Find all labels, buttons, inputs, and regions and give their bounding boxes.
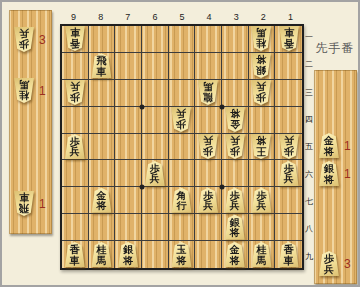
rank-labels: 一二三四五六七八九	[305, 24, 314, 270]
sente-piece-桂馬[interactable]: 桂馬	[250, 242, 272, 267]
sente-piece-歩兵[interactable]: 歩兵	[64, 134, 86, 159]
square-3-2[interactable]	[222, 53, 249, 80]
square-2-8[interactable]	[249, 214, 276, 241]
square-4-3[interactable]: 龍馬	[195, 80, 222, 107]
square-5-5[interactable]	[169, 134, 196, 161]
square-6-3[interactable]	[142, 80, 169, 107]
gote-hand-歩兵[interactable]: 歩兵3	[13, 27, 46, 52]
piece-kanji: 歩兵	[250, 80, 272, 105]
rank-label: 二	[305, 51, 314, 78]
piece-kanji: 歩兵	[144, 161, 166, 186]
file-label: 1	[277, 12, 304, 22]
square-5-4[interactable]: 歩兵	[169, 107, 196, 134]
square-9-6[interactable]	[62, 160, 89, 187]
file-label: 8	[87, 12, 114, 22]
piece-kanji: 歩兵	[224, 134, 246, 159]
rank-label: 一	[305, 24, 314, 51]
gote-hand-桂馬[interactable]: 桂馬1	[13, 78, 46, 103]
sente-piece-金将[interactable]: 金将	[90, 188, 112, 213]
square-9-7[interactable]	[62, 187, 89, 214]
sente-piece-角行[interactable]: 角行	[170, 188, 192, 213]
board-grid: 香車桂馬香車飛車銀将歩兵龍馬歩兵歩兵金将歩兵歩兵歩兵王将歩兵歩兵歩兵金将角行歩兵…	[62, 26, 302, 268]
square-8-3[interactable]	[89, 80, 116, 107]
square-5-2[interactable]	[169, 53, 196, 80]
sente-piece-歩兵[interactable]: 歩兵	[318, 251, 340, 276]
piece-kanji: 歩兵	[278, 161, 300, 186]
square-7-2[interactable]	[115, 53, 142, 80]
rank-label: 四	[305, 106, 314, 133]
gote-piece-歩兵[interactable]: 歩兵	[13, 27, 35, 52]
square-9-2[interactable]	[62, 53, 89, 80]
gote-hand-飛車[interactable]: 飛車1	[13, 191, 46, 216]
square-4-5[interactable]: 歩兵	[195, 134, 222, 161]
square-3-8[interactable]: 銀将	[222, 214, 249, 241]
sente-hand-金将[interactable]: 金将1	[318, 133, 351, 158]
square-5-8[interactable]	[169, 214, 196, 241]
square-2-3[interactable]: 歩兵	[249, 80, 276, 107]
square-8-4[interactable]	[89, 107, 116, 134]
square-9-4[interactable]	[62, 107, 89, 134]
square-4-6[interactable]	[195, 160, 222, 187]
square-7-9[interactable]: 銀将	[115, 241, 142, 268]
square-5-9[interactable]: 玉将	[169, 241, 196, 268]
hand-count: 3	[39, 33, 46, 47]
square-6-6[interactable]: 歩兵	[142, 160, 169, 187]
square-7-1[interactable]	[115, 26, 142, 53]
sente-piece-香車[interactable]: 香車	[278, 242, 300, 267]
square-4-8[interactable]	[195, 214, 222, 241]
square-3-4[interactable]: 金将	[222, 107, 249, 134]
square-8-8[interactable]	[89, 214, 116, 241]
piece-kanji: 歩兵	[13, 27, 35, 52]
square-3-7[interactable]: 歩兵	[222, 187, 249, 214]
piece-kanji: 金将	[90, 188, 112, 213]
piece-kanji: 歩兵	[250, 188, 272, 213]
square-1-1[interactable]: 香車	[275, 26, 302, 53]
sente-hand-歩兵[interactable]: 歩兵3	[318, 251, 351, 276]
square-8-1[interactable]	[89, 26, 116, 53]
gote-piece-香車[interactable]: 香車	[278, 26, 300, 51]
piece-kanji: 金将	[224, 242, 246, 267]
square-2-2[interactable]: 銀将	[249, 53, 276, 80]
sente-piece-玉将[interactable]: 玉将	[170, 242, 192, 267]
sente-piece-歩兵[interactable]: 歩兵	[250, 188, 272, 213]
shogi-board: 香車桂馬香車飛車銀将歩兵龍馬歩兵歩兵金将歩兵歩兵歩兵王将歩兵歩兵歩兵金将角行歩兵…	[60, 24, 304, 270]
square-8-6[interactable]	[89, 160, 116, 187]
sente-piece-歩兵[interactable]: 歩兵	[144, 161, 166, 186]
square-1-3[interactable]	[275, 80, 302, 107]
square-8-7[interactable]: 金将	[89, 187, 116, 214]
piece-kanji: 桂馬	[250, 26, 272, 51]
gote-piece-王将[interactable]: 王将	[250, 134, 272, 159]
piece-kanji: 龍馬	[197, 80, 219, 105]
piece-kanji: 歩兵	[224, 188, 246, 213]
square-9-1[interactable]: 香車	[62, 26, 89, 53]
piece-kanji: 飛車	[90, 53, 112, 78]
hand-count: 1	[39, 84, 46, 98]
square-1-7[interactable]	[275, 187, 302, 214]
file-label: 4	[196, 12, 223, 22]
square-5-3[interactable]	[169, 80, 196, 107]
piece-kanji: 香車	[278, 26, 300, 51]
square-3-9[interactable]: 金将	[222, 241, 249, 268]
gote-piece-桂馬[interactable]: 桂馬	[13, 78, 35, 103]
rank-label: 三	[305, 79, 314, 106]
piece-kanji: 香車	[278, 242, 300, 267]
square-1-2[interactable]	[275, 53, 302, 80]
piece-kanji: 歩兵	[64, 80, 86, 105]
sente-piece-銀将[interactable]: 銀将	[117, 242, 139, 267]
piece-kanji: 香車	[64, 26, 86, 51]
square-4-9[interactable]	[195, 241, 222, 268]
gote-piece-龍馬[interactable]: 龍馬	[197, 80, 219, 105]
square-1-4[interactable]	[275, 107, 302, 134]
square-6-2[interactable]	[142, 53, 169, 80]
square-2-7[interactable]: 歩兵	[249, 187, 276, 214]
square-8-5[interactable]	[89, 134, 116, 161]
gote-captured-tray: 歩兵3桂馬1飛車1	[9, 10, 52, 234]
piece-kanji: 角行	[170, 188, 192, 213]
piece-kanji: 銀将	[224, 215, 246, 240]
square-3-1[interactable]	[222, 26, 249, 53]
square-6-5[interactable]	[142, 134, 169, 161]
hand-count: 1	[344, 167, 351, 181]
sente-piece-歩兵[interactable]: 歩兵	[278, 161, 300, 186]
piece-kanji: 歩兵	[318, 251, 340, 276]
square-9-9[interactable]: 香車	[62, 241, 89, 268]
square-4-2[interactable]	[195, 53, 222, 80]
rank-label: 八	[305, 215, 314, 242]
gote-piece-歩兵[interactable]: 歩兵	[224, 134, 246, 159]
file-label: 3	[223, 12, 250, 22]
gote-piece-銀将[interactable]: 銀将	[250, 53, 272, 78]
piece-kanji: 歩兵	[170, 107, 192, 132]
sente-piece-桂馬[interactable]: 桂馬	[90, 242, 112, 267]
square-6-9[interactable]	[142, 241, 169, 268]
square-1-9[interactable]: 香車	[275, 241, 302, 268]
gote-piece-歩兵[interactable]: 歩兵	[64, 80, 86, 105]
square-8-9[interactable]: 桂馬	[89, 241, 116, 268]
square-7-5[interactable]	[115, 134, 142, 161]
square-9-8[interactable]	[62, 214, 89, 241]
file-label: 6	[141, 12, 168, 22]
gote-piece-香車[interactable]: 香車	[64, 26, 86, 51]
square-9-5[interactable]: 歩兵	[62, 134, 89, 161]
rank-label: 九	[305, 243, 314, 270]
gote-piece-歩兵[interactable]: 歩兵	[250, 80, 272, 105]
piece-kanji: 金将	[318, 133, 340, 158]
piece-kanji: 金将	[224, 107, 246, 132]
file-label: 5	[168, 12, 195, 22]
square-7-3[interactable]	[115, 80, 142, 107]
piece-kanji: 歩兵	[197, 134, 219, 159]
piece-kanji: 歩兵	[197, 188, 219, 213]
rank-label: 五	[305, 133, 314, 160]
piece-kanji: 銀将	[318, 161, 340, 186]
sente-piece-金将[interactable]: 金将	[224, 242, 246, 267]
square-1-5[interactable]: 歩兵	[275, 134, 302, 161]
sente-piece-銀将[interactable]: 銀将	[318, 161, 340, 186]
gote-piece-歩兵[interactable]: 歩兵	[170, 107, 192, 132]
square-3-6[interactable]	[222, 160, 249, 187]
piece-kanji: 桂馬	[13, 78, 35, 103]
piece-kanji: 玉将	[170, 242, 192, 267]
hand-count: 1	[344, 139, 351, 153]
piece-kanji: 桂馬	[250, 242, 272, 267]
shogi-app: 歩兵3桂馬1飛車1 先手番 金将1銀将1歩兵3 987654321 一二三四五六…	[0, 0, 360, 287]
gote-piece-桂馬[interactable]: 桂馬	[250, 26, 272, 51]
square-7-7[interactable]	[115, 187, 142, 214]
file-label: 7	[114, 12, 141, 22]
square-7-6[interactable]	[115, 160, 142, 187]
gote-piece-歩兵[interactable]: 歩兵	[197, 134, 219, 159]
piece-kanji: 飛車	[13, 191, 35, 216]
square-5-6[interactable]	[169, 160, 196, 187]
square-6-8[interactable]	[142, 214, 169, 241]
square-1-8[interactable]	[275, 214, 302, 241]
file-label: 2	[250, 12, 277, 22]
sente-piece-香車[interactable]: 香車	[64, 242, 86, 267]
piece-kanji: 銀将	[250, 53, 272, 78]
piece-kanji: 王将	[250, 134, 272, 159]
gote-piece-飛車[interactable]: 飛車	[13, 191, 35, 216]
square-8-2[interactable]: 飛車	[89, 53, 116, 80]
square-2-5[interactable]: 王将	[249, 134, 276, 161]
sente-piece-飛車[interactable]: 飛車	[90, 53, 112, 78]
sente-piece-金将[interactable]: 金将	[318, 133, 340, 158]
square-6-4[interactable]	[142, 107, 169, 134]
sente-hand-銀将[interactable]: 銀将1	[318, 161, 351, 186]
square-3-5[interactable]: 歩兵	[222, 134, 249, 161]
sente-captured-tray: 金将1銀将1歩兵3	[314, 70, 357, 284]
piece-kanji: 香車	[64, 242, 86, 267]
square-1-6[interactable]: 歩兵	[275, 160, 302, 187]
square-4-4[interactable]	[195, 107, 222, 134]
square-9-3[interactable]: 歩兵	[62, 80, 89, 107]
square-4-7[interactable]: 歩兵	[195, 187, 222, 214]
file-label: 9	[60, 12, 87, 22]
square-3-3[interactable]	[222, 80, 249, 107]
square-4-1[interactable]	[195, 26, 222, 53]
sente-piece-歩兵[interactable]: 歩兵	[197, 188, 219, 213]
square-5-1[interactable]	[169, 26, 196, 53]
square-5-7[interactable]: 角行	[169, 187, 196, 214]
file-labels: 987654321	[60, 12, 304, 22]
square-2-1[interactable]: 桂馬	[249, 26, 276, 53]
piece-kanji: 歩兵	[278, 134, 300, 159]
piece-kanji: 銀将	[117, 242, 139, 267]
rank-label: 七	[305, 188, 314, 215]
gote-piece-歩兵[interactable]: 歩兵	[278, 134, 300, 159]
rank-label: 六	[305, 161, 314, 188]
square-2-6[interactable]	[249, 160, 276, 187]
square-2-4[interactable]	[249, 107, 276, 134]
square-6-1[interactable]	[142, 26, 169, 53]
sente-piece-歩兵[interactable]: 歩兵	[224, 188, 246, 213]
hand-count: 3	[344, 257, 351, 271]
hand-count: 1	[39, 197, 46, 211]
square-7-4[interactable]	[115, 107, 142, 134]
square-6-7[interactable]	[142, 187, 169, 214]
sente-piece-銀将[interactable]: 銀将	[224, 215, 246, 240]
square-2-9[interactable]: 桂馬	[249, 241, 276, 268]
gote-piece-金将[interactable]: 金将	[224, 107, 246, 132]
piece-kanji: 桂馬	[90, 242, 112, 267]
square-7-8[interactable]	[115, 214, 142, 241]
piece-kanji: 歩兵	[64, 134, 86, 159]
turn-indicator: 先手番	[311, 40, 359, 57]
